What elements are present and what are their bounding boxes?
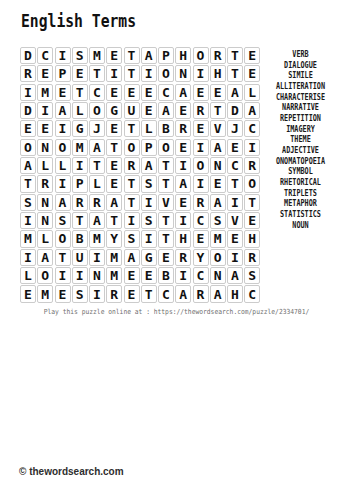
- grid-cell[interactable]: Y: [193, 249, 209, 266]
- grid-cell[interactable]: B: [72, 230, 88, 247]
- grid-cell[interactable]: A: [227, 84, 243, 101]
- grid-cell[interactable]: P: [141, 139, 157, 156]
- grid-cell[interactable]: S: [244, 267, 260, 284]
- grid-cell[interactable]: E: [55, 84, 71, 101]
- word-list-item: IMAGERY: [258, 125, 344, 136]
- grid-cell[interactable]: E: [227, 230, 243, 247]
- word-list-item: ADJECTIVE: [258, 146, 344, 157]
- grid-cell[interactable]: C: [158, 285, 174, 302]
- word-list-item: RHETORICAL: [258, 178, 344, 189]
- grid-cell[interactable]: H: [175, 47, 191, 64]
- grid-cell[interactable]: M: [210, 230, 226, 247]
- grid-cell[interactable]: V: [210, 120, 226, 137]
- play-online-caption: Play this puzzle online at : https://the…: [18, 308, 336, 316]
- grid-cell[interactable]: D: [227, 102, 243, 119]
- grid-cell[interactable]: C: [193, 267, 209, 284]
- grid-cell[interactable]: N: [210, 157, 226, 174]
- grid-cell[interactable]: S: [72, 285, 88, 302]
- grid-cell[interactable]: S: [72, 47, 88, 64]
- grid-cell[interactable]: A: [55, 194, 71, 211]
- grid-cell[interactable]: S: [210, 212, 226, 229]
- grid-cell[interactable]: A: [124, 249, 140, 266]
- grid-cell[interactable]: I: [89, 249, 105, 266]
- grid-cell[interactable]: E: [106, 47, 122, 64]
- grid-cell[interactable]: E: [106, 175, 122, 192]
- grid-cell[interactable]: E: [124, 285, 140, 302]
- grid-cell[interactable]: R: [193, 194, 209, 211]
- grid-cell[interactable]: O: [37, 267, 53, 284]
- grid-cell[interactable]: M: [89, 47, 105, 64]
- grid-cell[interactable]: P: [55, 65, 71, 82]
- grid-cell[interactable]: A: [89, 212, 105, 229]
- grid-cell[interactable]: E: [193, 84, 209, 101]
- word-list-item: VERB: [258, 50, 344, 61]
- grid-cell[interactable]: L: [37, 157, 53, 174]
- grid-cell[interactable]: I: [55, 175, 71, 192]
- grid-cell[interactable]: Y: [106, 230, 122, 247]
- wordsearch-grid: DCISMETAPHORTEREPETITIONIHTEIMETCEEECAEE…: [20, 47, 260, 303]
- grid-cell[interactable]: T: [89, 65, 105, 82]
- grid-cell[interactable]: E: [141, 84, 157, 101]
- worksheet-page: English Terms DCISMETAPHORTEREPETITIONIH…: [0, 0, 353, 500]
- grid-cell[interactable]: T: [158, 230, 174, 247]
- grid-cell[interactable]: T: [210, 102, 226, 119]
- grid-cell[interactable]: C: [37, 47, 53, 64]
- word-list-item: STATISTICS: [258, 210, 344, 221]
- grid-cell[interactable]: E: [210, 175, 226, 192]
- grid-cell[interactable]: R: [244, 249, 260, 266]
- grid-cell[interactable]: M: [106, 267, 122, 284]
- grid-cell[interactable]: T: [124, 120, 140, 137]
- grid-cell[interactable]: N: [210, 267, 226, 284]
- grid-cell[interactable]: T: [89, 157, 105, 174]
- word-list-item: NOUN: [258, 221, 344, 232]
- word-list-item: SYMBOL: [258, 167, 344, 178]
- grid-cell[interactable]: T: [106, 139, 122, 156]
- grid-cell[interactable]: I: [55, 47, 71, 64]
- grid-cell[interactable]: A: [175, 175, 191, 192]
- grid-cell[interactable]: I: [20, 249, 36, 266]
- grid-cell[interactable]: T: [124, 47, 140, 64]
- grid-cell[interactable]: T: [158, 175, 174, 192]
- grid-cell[interactable]: E: [124, 267, 140, 284]
- grid-cell[interactable]: O: [158, 139, 174, 156]
- grid-cell[interactable]: I: [141, 194, 157, 211]
- grid-cell[interactable]: E: [210, 84, 226, 101]
- grid-cell[interactable]: R: [106, 285, 122, 302]
- grid-cell[interactable]: L: [89, 175, 105, 192]
- grid-cell[interactable]: R: [193, 285, 209, 302]
- grid-cell[interactable]: O: [193, 157, 209, 174]
- grid-cell[interactable]: G: [141, 249, 157, 266]
- grid-cell[interactable]: G: [106, 102, 122, 119]
- grid-cell[interactable]: H: [227, 285, 243, 302]
- grid-cell[interactable]: R: [175, 249, 191, 266]
- grid-cell[interactable]: S: [141, 175, 157, 192]
- grid-cell[interactable]: T: [20, 175, 36, 192]
- grid-cell[interactable]: O: [193, 47, 209, 64]
- grid-cell[interactable]: C: [193, 212, 209, 229]
- grid-cell[interactable]: D: [20, 102, 36, 119]
- grid-cell[interactable]: E: [193, 230, 209, 247]
- grid-cell[interactable]: L: [20, 267, 36, 284]
- grid-cell[interactable]: E: [141, 102, 157, 119]
- grid-cell[interactable]: O: [55, 139, 71, 156]
- grid-cell[interactable]: E: [141, 267, 157, 284]
- grid-cell[interactable]: E: [55, 285, 71, 302]
- grid-cell[interactable]: D: [20, 47, 36, 64]
- grid-cell[interactable]: E: [37, 65, 53, 82]
- grid-cell[interactable]: I: [193, 65, 209, 82]
- grid-cell[interactable]: A: [227, 267, 243, 284]
- grid-cell[interactable]: N: [37, 139, 53, 156]
- grid-cell[interactable]: R: [210, 47, 226, 64]
- grid-cell[interactable]: I: [55, 120, 71, 137]
- word-list-item: ALLITERATION: [258, 82, 344, 93]
- grid-cell[interactable]: R: [175, 120, 191, 137]
- grid-cell[interactable]: E: [20, 120, 36, 137]
- grid-cell[interactable]: T: [124, 194, 140, 211]
- grid-cell[interactable]: A: [141, 157, 157, 174]
- grid-cell[interactable]: J: [89, 120, 105, 137]
- grid-cell[interactable]: P: [72, 175, 88, 192]
- grid-cell[interactable]: E: [72, 65, 88, 82]
- grid-cell[interactable]: J: [227, 120, 243, 137]
- grid-cell[interactable]: A: [175, 285, 191, 302]
- grid-cell[interactable]: L: [37, 230, 53, 247]
- grid-cell[interactable]: E: [175, 139, 191, 156]
- grid-cell[interactable]: O: [210, 249, 226, 266]
- grid-cell[interactable]: I: [227, 194, 243, 211]
- grid-cell[interactable]: E: [175, 102, 191, 119]
- grid-cell[interactable]: H: [210, 65, 226, 82]
- grid-cell[interactable]: R: [89, 194, 105, 211]
- grid-cell[interactable]: E: [158, 249, 174, 266]
- word-list-item: THEME: [258, 135, 344, 146]
- grid-cell[interactable]: O: [124, 139, 140, 156]
- grid-cell[interactable]: H: [175, 230, 191, 247]
- grid-cell[interactable]: N: [37, 212, 53, 229]
- grid-cell[interactable]: R: [72, 194, 88, 211]
- grid-cell[interactable]: O: [89, 102, 105, 119]
- grid-cell[interactable]: I: [227, 249, 243, 266]
- grid-cell[interactable]: I: [89, 285, 105, 302]
- grid-cell[interactable]: R: [124, 157, 140, 174]
- grid-cell[interactable]: E: [106, 157, 122, 174]
- grid-cell[interactable]: E: [106, 84, 122, 101]
- grid-cell[interactable]: M: [37, 285, 53, 302]
- grid-cell[interactable]: A: [175, 84, 191, 101]
- word-list-item: METAPHOR: [258, 199, 344, 210]
- grid-cell[interactable]: N: [89, 267, 105, 284]
- grid-cell[interactable]: G: [72, 120, 88, 137]
- grid-cell[interactable]: I: [175, 212, 191, 229]
- grid-cell[interactable]: T: [106, 212, 122, 229]
- grid-cell[interactable]: V: [158, 194, 174, 211]
- grid-cell[interactable]: S: [55, 212, 71, 229]
- grid-cell[interactable]: V: [227, 212, 243, 229]
- grid-cell[interactable]: O: [158, 65, 174, 82]
- grid-cell[interactable]: R: [193, 102, 209, 119]
- grid-cell[interactable]: O: [20, 139, 36, 156]
- grid-cell[interactable]: E: [227, 139, 243, 156]
- grid-cell[interactable]: L: [141, 120, 157, 137]
- grid-cell[interactable]: C: [89, 84, 105, 101]
- grid-cell[interactable]: O: [55, 230, 71, 247]
- grid-cell[interactable]: P: [158, 47, 174, 64]
- grid-cell[interactable]: C: [158, 84, 174, 101]
- grid-cell[interactable]: I: [193, 175, 209, 192]
- grid-cell[interactable]: I: [37, 102, 53, 119]
- grid-cell[interactable]: I: [72, 267, 88, 284]
- grid-cell[interactable]: T: [72, 84, 88, 101]
- grid-cell[interactable]: S: [20, 194, 36, 211]
- grid-cell[interactable]: A: [210, 194, 226, 211]
- grid-cell[interactable]: U: [72, 249, 88, 266]
- grid-cell[interactable]: L: [55, 157, 71, 174]
- grid-cell[interactable]: T: [227, 65, 243, 82]
- word-list-item: REPETITION: [258, 114, 344, 125]
- grid-cell[interactable]: T: [124, 175, 140, 192]
- grid-cell[interactable]: C: [227, 157, 243, 174]
- grid-cell[interactable]: M: [72, 139, 88, 156]
- grid-cell[interactable]: U: [124, 102, 140, 119]
- grid-cell[interactable]: B: [158, 120, 174, 137]
- grid-cell[interactable]: T: [158, 157, 174, 174]
- grid-cell[interactable]: R: [20, 65, 36, 82]
- grid-cell[interactable]: I: [175, 267, 191, 284]
- grid-cell[interactable]: I: [55, 267, 71, 284]
- grid-cell[interactable]: I: [193, 139, 209, 156]
- grid-cell[interactable]: T: [55, 249, 71, 266]
- grid-cell[interactable]: R: [37, 175, 53, 192]
- word-list-item: TRIPLETS: [258, 189, 344, 200]
- grid-cell[interactable]: T: [141, 285, 157, 302]
- grid-cell[interactable]: H: [244, 230, 260, 247]
- grid-cell[interactable]: B: [158, 267, 174, 284]
- grid-cell[interactable]: A: [20, 157, 36, 174]
- puzzle-title: English Terms: [21, 11, 136, 31]
- grid-cell[interactable]: A: [210, 285, 226, 302]
- grid-cell[interactable]: I: [124, 212, 140, 229]
- grid-cell[interactable]: I: [106, 65, 122, 82]
- word-list-item: CHARACTERISE: [258, 93, 344, 104]
- grid-cell[interactable]: T: [158, 212, 174, 229]
- word-list-item: DIALOGUE: [258, 61, 344, 72]
- grid-cell[interactable]: I: [141, 65, 157, 82]
- grid-cell[interactable]: E: [106, 120, 122, 137]
- grid-cell[interactable]: S: [124, 230, 140, 247]
- grid-cell[interactable]: A: [141, 47, 157, 64]
- grid-cell[interactable]: A: [37, 249, 53, 266]
- grid-cell[interactable]: A: [106, 194, 122, 211]
- grid-cell[interactable]: I: [20, 212, 36, 229]
- grid-cell[interactable]: M: [37, 84, 53, 101]
- word-list-item: NARRATIVE: [258, 103, 344, 114]
- grid-cell[interactable]: T: [124, 65, 140, 82]
- grid-cell[interactable]: M: [20, 230, 36, 247]
- grid-cell[interactable]: E: [193, 120, 209, 137]
- grid-cell[interactable]: E: [175, 194, 191, 211]
- grid-cell[interactable]: A: [55, 102, 71, 119]
- word-list-item: SIMILE: [258, 71, 344, 82]
- grid-cell[interactable]: N: [175, 65, 191, 82]
- grid-cell[interactable]: M: [106, 249, 122, 266]
- grid-cell[interactable]: I: [72, 157, 88, 174]
- grid-cell[interactable]: A: [210, 139, 226, 156]
- grid-cell[interactable]: L: [72, 102, 88, 119]
- site-copyright-logo: © thewordsearch.com: [19, 466, 124, 477]
- grid-cell[interactable]: T: [227, 47, 243, 64]
- word-list: VERBDIALOGUESIMILEALLITERATIONCHARACTERI…: [250, 50, 351, 231]
- grid-cell[interactable]: E: [37, 120, 53, 137]
- grid-cell[interactable]: E: [124, 84, 140, 101]
- grid-cell[interactable]: T: [72, 212, 88, 229]
- grid-cell[interactable]: M: [89, 230, 105, 247]
- word-list-item: ONOMATOPOEIA: [258, 157, 344, 168]
- grid-cell[interactable]: C: [244, 285, 260, 302]
- grid-cell[interactable]: I: [175, 157, 191, 174]
- grid-cell[interactable]: E: [20, 285, 36, 302]
- grid-cell[interactable]: I: [141, 230, 157, 247]
- grid-cell[interactable]: A: [89, 139, 105, 156]
- grid-cell[interactable]: T: [227, 175, 243, 192]
- grid-cell[interactable]: A: [158, 102, 174, 119]
- grid-cell[interactable]: S: [141, 212, 157, 229]
- grid-cell[interactable]: I: [20, 84, 36, 101]
- grid-cell[interactable]: N: [37, 194, 53, 211]
